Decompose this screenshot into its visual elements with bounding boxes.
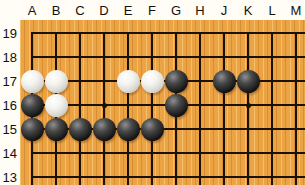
black-stone-d15 <box>93 118 116 141</box>
black-stone-c15 <box>69 118 92 141</box>
grid-line-row-14 <box>31 152 305 154</box>
white-stone-a17 <box>21 70 44 93</box>
column-label-a: A <box>28 4 37 17</box>
white-stone-b17 <box>45 70 68 93</box>
star-point-k16 <box>246 103 251 108</box>
grid-line-row-19 <box>31 32 305 34</box>
row-label-15: 15 <box>0 123 17 136</box>
star-point-d16 <box>102 103 107 108</box>
black-stone-j17 <box>213 70 236 93</box>
grid-line-col-d <box>103 32 105 185</box>
column-label-c: C <box>75 4 84 17</box>
column-label-l: L <box>268 4 275 17</box>
column-label-k: K <box>244 4 253 17</box>
row-label-19: 19 <box>0 27 17 40</box>
black-stone-f15 <box>141 118 164 141</box>
row-label-13: 13 <box>0 171 17 184</box>
go-board-panel: ABCDEFGHJKLM 19181716151413 <box>0 0 305 185</box>
grid-line-col-j <box>223 32 225 185</box>
go-board[interactable] <box>20 20 305 185</box>
column-label-m: M <box>291 4 302 17</box>
column-label-f: F <box>148 4 156 17</box>
grid-line-col-e <box>127 32 129 185</box>
black-stone-a16 <box>21 94 44 117</box>
grid-line-col-c <box>79 32 81 185</box>
column-labels: ABCDEFGHJKLM <box>0 0 305 20</box>
grid-line-row-13 <box>31 176 305 178</box>
column-label-e: E <box>124 4 133 17</box>
black-stone-g17 <box>165 70 188 93</box>
grid-line-col-f <box>151 32 153 185</box>
black-stone-a15 <box>21 118 44 141</box>
black-stone-e15 <box>117 118 140 141</box>
column-label-g: G <box>171 4 181 17</box>
white-stone-e17 <box>117 70 140 93</box>
black-stone-g16 <box>165 94 188 117</box>
black-stone-b15 <box>45 118 68 141</box>
white-stone-b16 <box>45 94 68 117</box>
row-label-18: 18 <box>0 51 17 64</box>
row-label-16: 16 <box>0 99 17 112</box>
row-label-14: 14 <box>0 147 17 160</box>
column-label-d: D <box>99 4 108 17</box>
row-labels: 19181716151413 <box>0 0 20 185</box>
column-label-b: B <box>52 4 61 17</box>
white-stone-f17 <box>141 70 164 93</box>
column-label-h: H <box>195 4 204 17</box>
grid-line-col-h <box>199 32 201 185</box>
row-label-17: 17 <box>0 75 17 88</box>
grid-line-col-m <box>295 32 297 185</box>
grid-line-row-18 <box>31 56 305 58</box>
grid-line-col-k <box>247 32 249 185</box>
black-stone-k17 <box>237 70 260 93</box>
column-label-j: J <box>221 4 228 17</box>
grid-line-col-l <box>271 32 273 185</box>
